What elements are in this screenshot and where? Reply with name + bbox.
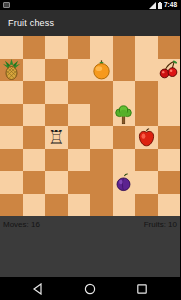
board-cell[interactable]: [135, 104, 158, 127]
board-cell[interactable]: [0, 171, 23, 194]
board-cell[interactable]: [23, 149, 46, 172]
board-cell[interactable]: [23, 126, 46, 149]
board-cell[interactable]: [158, 194, 181, 217]
board-cell[interactable]: [23, 59, 46, 82]
chess-board: ♖: [0, 36, 180, 216]
board-cell[interactable]: [0, 126, 23, 149]
board-cell[interactable]: [68, 149, 91, 172]
back-button[interactable]: [32, 283, 44, 295]
board-cell[interactable]: [113, 36, 136, 59]
board-cell[interactable]: [0, 81, 23, 104]
board-cell[interactable]: [0, 36, 23, 59]
board-cell[interactable]: [158, 171, 181, 194]
board-cell[interactable]: [45, 104, 68, 127]
board-cell[interactable]: [23, 81, 46, 104]
board-cell[interactable]: [68, 126, 91, 149]
board-cell[interactable]: [90, 149, 113, 172]
board-cell[interactable]: [23, 36, 46, 59]
board-cell[interactable]: [113, 194, 136, 217]
board-cell[interactable]: [90, 81, 113, 104]
board-cell[interactable]: [45, 59, 68, 82]
app-bar: Fruit chess: [0, 10, 180, 36]
white-rook-glyph: ♖: [48, 126, 65, 148]
board-cell[interactable]: [68, 59, 91, 82]
moves-counter: Moves: 16: [3, 220, 40, 230]
board-cell[interactable]: [158, 36, 181, 59]
board-cell[interactable]: [158, 149, 181, 172]
status-time: 7:48: [164, 2, 177, 9]
board-cell[interactable]: [158, 104, 181, 127]
board-cell[interactable]: [0, 194, 23, 217]
board-cell[interactable]: [135, 59, 158, 82]
board-cell[interactable]: [23, 171, 46, 194]
battery-icon: [158, 2, 162, 9]
board-cell[interactable]: [45, 36, 68, 59]
board-cell[interactable]: [68, 194, 91, 217]
board-cell[interactable]: [0, 59, 23, 82]
board-cell[interactable]: [135, 81, 158, 104]
board-cell[interactable]: [45, 171, 68, 194]
board-cell[interactable]: [90, 59, 113, 82]
white-rook-piece[interactable]: ♖: [45, 126, 67, 148]
orange-icon[interactable]: [90, 59, 112, 81]
board-cell[interactable]: [0, 104, 23, 127]
board-cell[interactable]: [68, 104, 91, 127]
fruits-counter: Fruits: 10: [144, 220, 177, 230]
android-nav-bar: [0, 277, 180, 300]
board-cell[interactable]: [45, 81, 68, 104]
board-cell[interactable]: [45, 149, 68, 172]
board-cell[interactable]: [135, 149, 158, 172]
status-bar: 7:48: [0, 0, 180, 10]
apple-icon[interactable]: [135, 126, 157, 148]
board-cell[interactable]: [68, 36, 91, 59]
board-cell[interactable]: [158, 81, 181, 104]
board-cell[interactable]: [113, 171, 136, 194]
plum-icon[interactable]: [113, 171, 135, 193]
board-cell[interactable]: [23, 194, 46, 217]
board-cell[interactable]: [0, 149, 23, 172]
signal-icon: [149, 2, 156, 9]
board-cell[interactable]: [23, 104, 46, 127]
board-cell[interactable]: [158, 126, 181, 149]
cherries-icon[interactable]: [158, 59, 180, 81]
board-cell[interactable]: [135, 194, 158, 217]
board-cell[interactable]: [158, 59, 181, 82]
board-cell[interactable]: ♖: [45, 126, 68, 149]
board-cell[interactable]: [113, 81, 136, 104]
notification-icon: [3, 2, 10, 8]
board-cell[interactable]: [90, 194, 113, 217]
board-cell[interactable]: [135, 36, 158, 59]
board-cell[interactable]: [90, 171, 113, 194]
app-title: Fruit chess: [8, 18, 54, 28]
status-right-cluster: 7:48: [149, 2, 177, 9]
board-cell[interactable]: [90, 126, 113, 149]
phone-screen: 7:48 Fruit chess ♖ Moves: 16 Fruits: 10: [0, 0, 180, 300]
board-cell[interactable]: [135, 171, 158, 194]
board-cell[interactable]: [135, 126, 158, 149]
board-cell[interactable]: [113, 59, 136, 82]
board-cell[interactable]: [90, 104, 113, 127]
board-cell[interactable]: [113, 104, 136, 127]
pineapple-icon[interactable]: [0, 59, 22, 81]
board-cell[interactable]: [68, 171, 91, 194]
home-button[interactable]: [84, 283, 96, 295]
board-cell[interactable]: [113, 126, 136, 149]
status-panel: Moves: 16 Fruits: 10: [0, 216, 180, 277]
recents-button[interactable]: [136, 283, 148, 295]
board-cell[interactable]: [45, 194, 68, 217]
board-cell[interactable]: [113, 149, 136, 172]
board-cell[interactable]: [68, 81, 91, 104]
tree-icon[interactable]: [113, 104, 135, 126]
board-cell[interactable]: [90, 36, 113, 59]
